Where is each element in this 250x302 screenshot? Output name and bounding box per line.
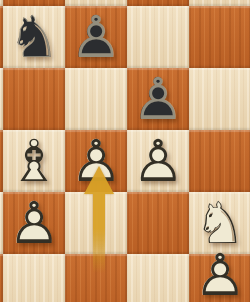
square-r1c4[interactable] bbox=[189, 6, 250, 68]
square-r4c3[interactable] bbox=[127, 192, 189, 254]
white-pawn-outline: ♙ bbox=[3, 192, 65, 254]
black-pawn-outline: ♙ bbox=[127, 68, 189, 130]
square-r5c4[interactable]: ♟♙ bbox=[189, 254, 250, 302]
white-bishop[interactable]: ♝♗ bbox=[3, 130, 65, 192]
white-pawn-outline: ♙ bbox=[127, 130, 189, 192]
square-r3c1[interactable]: ♝♗ bbox=[3, 130, 65, 192]
white-pawn[interactable]: ♟♙ bbox=[3, 192, 65, 254]
white-pawn[interactable]: ♟♙ bbox=[65, 130, 127, 192]
white-pawn-outline: ♙ bbox=[189, 244, 250, 302]
square-r4c2[interactable] bbox=[65, 192, 127, 254]
square-r2c1[interactable] bbox=[3, 68, 65, 130]
square-r3c4[interactable] bbox=[189, 130, 250, 192]
black-knight-outline: ♘ bbox=[3, 6, 65, 68]
square-r3c3[interactable]: ♟♙ bbox=[127, 130, 189, 192]
square-r5c1[interactable] bbox=[3, 254, 65, 302]
square-r1c3[interactable] bbox=[127, 6, 189, 68]
black-pawn-outline: ♙ bbox=[65, 6, 127, 68]
square-r4c1[interactable]: ♟♙ bbox=[3, 192, 65, 254]
chess-board-grid: ♞♘♟♙♟♙♝♗♟♙♟♙♟♙♞♘♟♙ bbox=[0, 0, 250, 302]
black-pawn[interactable]: ♟♙ bbox=[65, 6, 127, 68]
square-r1c2[interactable]: ♟♙ bbox=[65, 6, 127, 68]
square-r2c3[interactable]: ♟♙ bbox=[127, 68, 189, 130]
square-r3c2[interactable]: ♟♙ bbox=[65, 130, 127, 192]
white-pawn-outline: ♙ bbox=[65, 130, 127, 192]
square-r1c1[interactable]: ♞♘ bbox=[3, 6, 65, 68]
white-pawn[interactable]: ♟♙ bbox=[189, 244, 250, 302]
square-r5c3[interactable] bbox=[127, 254, 189, 302]
square-r2c4[interactable] bbox=[189, 68, 250, 130]
white-pawn[interactable]: ♟♙ bbox=[127, 130, 189, 192]
black-knight[interactable]: ♞♘ bbox=[3, 6, 65, 68]
white-bishop-outline: ♗ bbox=[3, 130, 65, 192]
black-pawn[interactable]: ♟♙ bbox=[127, 68, 189, 130]
square-r2c2[interactable] bbox=[65, 68, 127, 130]
square-r5c2[interactable] bbox=[65, 254, 127, 302]
chess-board-viewport: ♞♘♟♙♟♙♝♗♟♙♟♙♟♙♞♘♟♙ bbox=[0, 0, 250, 302]
